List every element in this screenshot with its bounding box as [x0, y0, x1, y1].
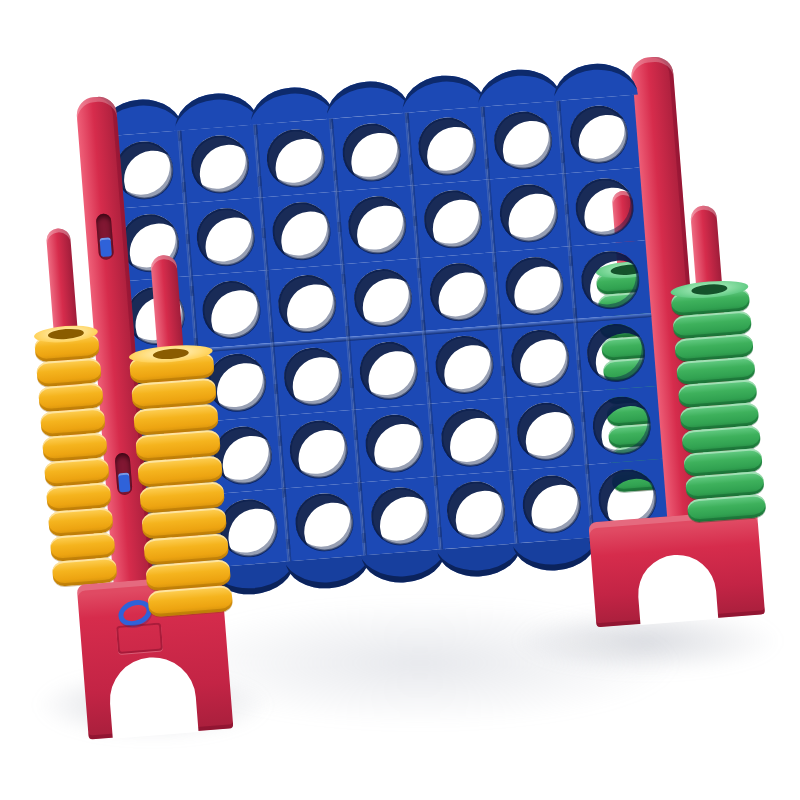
pole-hole — [48, 328, 85, 341]
board-cell-r5c7 — [581, 386, 662, 465]
board-cell-r4c7 — [575, 313, 656, 392]
board-cell-r5c6 — [505, 392, 586, 471]
empty-hole — [352, 266, 414, 328]
empty-hole — [428, 260, 490, 322]
empty-hole — [358, 339, 420, 401]
board-cell-r3c3 — [267, 264, 348, 343]
empty-hole — [591, 394, 653, 456]
board-cell-r1c7 — [558, 95, 639, 174]
board-cell-r3c6 — [494, 246, 575, 325]
board-cell-r1c5 — [407, 107, 488, 186]
empty-hole — [568, 103, 630, 165]
product-photo-stage — [0, 0, 800, 800]
board-cell-r6c4 — [359, 477, 440, 556]
pole-hole — [152, 348, 189, 361]
bottom-scallop — [513, 537, 599, 573]
latch-slot-lower — [114, 452, 132, 495]
board-cell-r4c6 — [500, 319, 581, 398]
board-cell-r5c3 — [278, 410, 359, 489]
empty-hole — [288, 418, 350, 480]
blue-clip-icon — [100, 237, 112, 257]
empty-hole — [340, 121, 402, 183]
connect-four-unit — [3, 6, 800, 768]
board-cell-r2c6 — [488, 174, 569, 253]
blue-clip-icon — [118, 473, 130, 493]
board-cell-r1c3 — [255, 119, 336, 198]
empty-hole — [573, 176, 635, 238]
board-cell-r1c2 — [179, 125, 260, 204]
empty-hole — [445, 479, 507, 541]
empty-hole — [509, 327, 571, 389]
board-cell-r6c6 — [511, 465, 592, 544]
board-cell-r1c4 — [331, 113, 412, 192]
empty-hole — [369, 485, 431, 547]
empty-hole — [276, 272, 338, 334]
empty-hole — [363, 412, 425, 474]
empty-hole — [585, 321, 647, 383]
board-cell-r1c6 — [482, 101, 563, 180]
board-cell-r2c4 — [337, 185, 418, 264]
empty-hole — [439, 406, 501, 468]
empty-hole — [579, 249, 641, 311]
handle-recess — [116, 623, 163, 654]
bottom-scallop — [285, 555, 371, 591]
empty-hole — [492, 109, 554, 171]
board-cell-r6c5 — [435, 471, 516, 550]
board-cell-r4c4 — [348, 331, 429, 410]
empty-hole — [503, 254, 565, 316]
left-leg-arch-cutout — [107, 654, 199, 739]
latch-slot-upper — [96, 213, 115, 260]
empty-hole — [433, 333, 495, 395]
bottom-scallop — [437, 543, 523, 579]
board-cell-r5c4 — [354, 404, 435, 483]
empty-hole — [270, 200, 332, 262]
board-cell-r2c5 — [412, 179, 493, 258]
empty-hole — [189, 133, 251, 195]
empty-hole — [498, 182, 560, 244]
bottom-scallop — [361, 549, 447, 585]
empty-hole — [346, 194, 408, 256]
board-cell-r4c5 — [424, 325, 505, 404]
board-cell-r3c7 — [570, 240, 651, 319]
board-cell-r4c3 — [272, 337, 353, 416]
board-cell-r6c3 — [284, 483, 365, 562]
empty-hole — [515, 400, 577, 462]
right-leg-arch-cutout — [635, 552, 718, 625]
pole-hole — [691, 283, 728, 296]
empty-hole — [521, 473, 583, 535]
empty-hole — [422, 188, 484, 250]
board-cell-r2c3 — [261, 191, 342, 270]
board-cell-r2c7 — [564, 168, 645, 247]
board-cell-r3c5 — [418, 252, 499, 331]
empty-hole — [265, 127, 327, 189]
empty-hole — [416, 115, 478, 177]
empty-hole — [282, 345, 344, 407]
disc-pile — [671, 287, 767, 522]
board-cell-r3c4 — [342, 258, 423, 337]
right-leg — [588, 509, 765, 627]
empty-hole — [293, 491, 355, 553]
board-cell-r5c5 — [430, 398, 511, 477]
